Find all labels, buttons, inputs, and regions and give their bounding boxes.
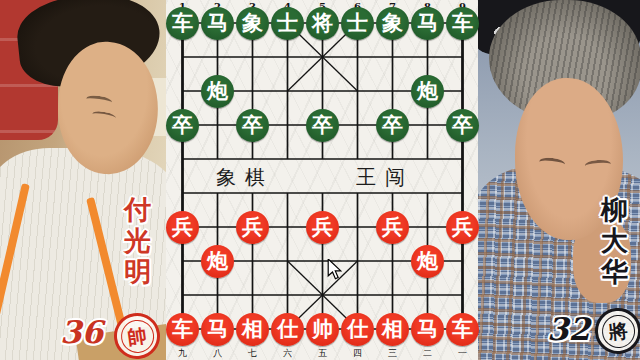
piece-green-马[interactable]: 马	[411, 7, 444, 40]
piece-red-仕[interactable]: 仕	[341, 313, 374, 346]
left-player-name: 付光明	[124, 194, 151, 287]
piece-green-象[interactable]: 象	[376, 7, 409, 40]
piece-green-将[interactable]: 将	[306, 7, 339, 40]
right-player-name: 柳大华	[601, 194, 628, 287]
piece-green-车[interactable]: 车	[166, 7, 199, 40]
black-general-badge-char: 將	[600, 313, 636, 349]
mouse-cursor	[327, 259, 342, 284]
left-player-score: 36	[60, 317, 103, 348]
player-name-char: 华	[601, 256, 628, 287]
piece-red-相[interactable]: 相	[376, 313, 409, 346]
piece-red-兵[interactable]: 兵	[376, 211, 409, 244]
piece-red-车[interactable]: 车	[446, 313, 479, 346]
piece-green-士[interactable]: 士	[271, 7, 304, 40]
column-label-四: 四	[340, 347, 375, 360]
piece-green-象[interactable]: 象	[236, 7, 269, 40]
piece-red-仕[interactable]: 仕	[271, 313, 304, 346]
player-name-char: 大	[601, 225, 628, 256]
piece-red-兵[interactable]: 兵	[446, 211, 479, 244]
piece-green-炮[interactable]: 炮	[411, 75, 444, 108]
piece-green-炮[interactable]: 炮	[201, 75, 234, 108]
piece-red-帅[interactable]: 帅	[306, 313, 339, 346]
column-label-九: 九	[165, 347, 200, 360]
column-label-六: 六	[270, 347, 305, 360]
player-name-char: 明	[124, 256, 151, 287]
piece-green-卒[interactable]: 卒	[236, 109, 269, 142]
piece-red-车[interactable]: 车	[166, 313, 199, 346]
xiangqi-board[interactable]: 车马象士将士象马车炮炮卒卒卒卒卒兵兵兵兵兵炮炮车马相仕帅仕相马车	[165, 6, 480, 346]
piece-green-卒[interactable]: 卒	[446, 109, 479, 142]
red-general-badge-char: 帥	[118, 317, 155, 354]
video-frame: 123456789 九八七六五四三二一 象棋 王闯 车马象士将士象马车炮炮卒卒卒…	[0, 0, 640, 360]
piece-red-炮[interactable]: 炮	[201, 245, 234, 278]
piece-red-马[interactable]: 马	[201, 313, 234, 346]
piece-red-相[interactable]: 相	[236, 313, 269, 346]
column-label-二: 二	[410, 347, 445, 360]
column-label-一: 一	[445, 347, 480, 360]
right-player-score: 32	[547, 314, 590, 345]
player-name-char: 光	[124, 225, 151, 256]
piece-green-卒[interactable]: 卒	[166, 109, 199, 142]
column-label-三: 三	[375, 347, 410, 360]
column-label-七: 七	[235, 347, 270, 360]
piece-green-卒[interactable]: 卒	[306, 109, 339, 142]
piece-green-马[interactable]: 马	[201, 7, 234, 40]
piece-red-兵[interactable]: 兵	[166, 211, 199, 244]
piece-green-士[interactable]: 士	[341, 7, 374, 40]
piece-red-兵[interactable]: 兵	[306, 211, 339, 244]
bottom-column-labels: 九八七六五四三二一	[165, 347, 480, 360]
piece-red-兵[interactable]: 兵	[236, 211, 269, 244]
piece-red-炮[interactable]: 炮	[411, 245, 444, 278]
column-label-五: 五	[305, 347, 340, 360]
player-name-char: 付	[124, 194, 151, 225]
piece-green-卒[interactable]: 卒	[376, 109, 409, 142]
piece-green-车[interactable]: 车	[446, 7, 479, 40]
piece-red-马[interactable]: 马	[411, 313, 444, 346]
column-label-八: 八	[200, 347, 235, 360]
player-name-char: 柳	[601, 194, 628, 225]
